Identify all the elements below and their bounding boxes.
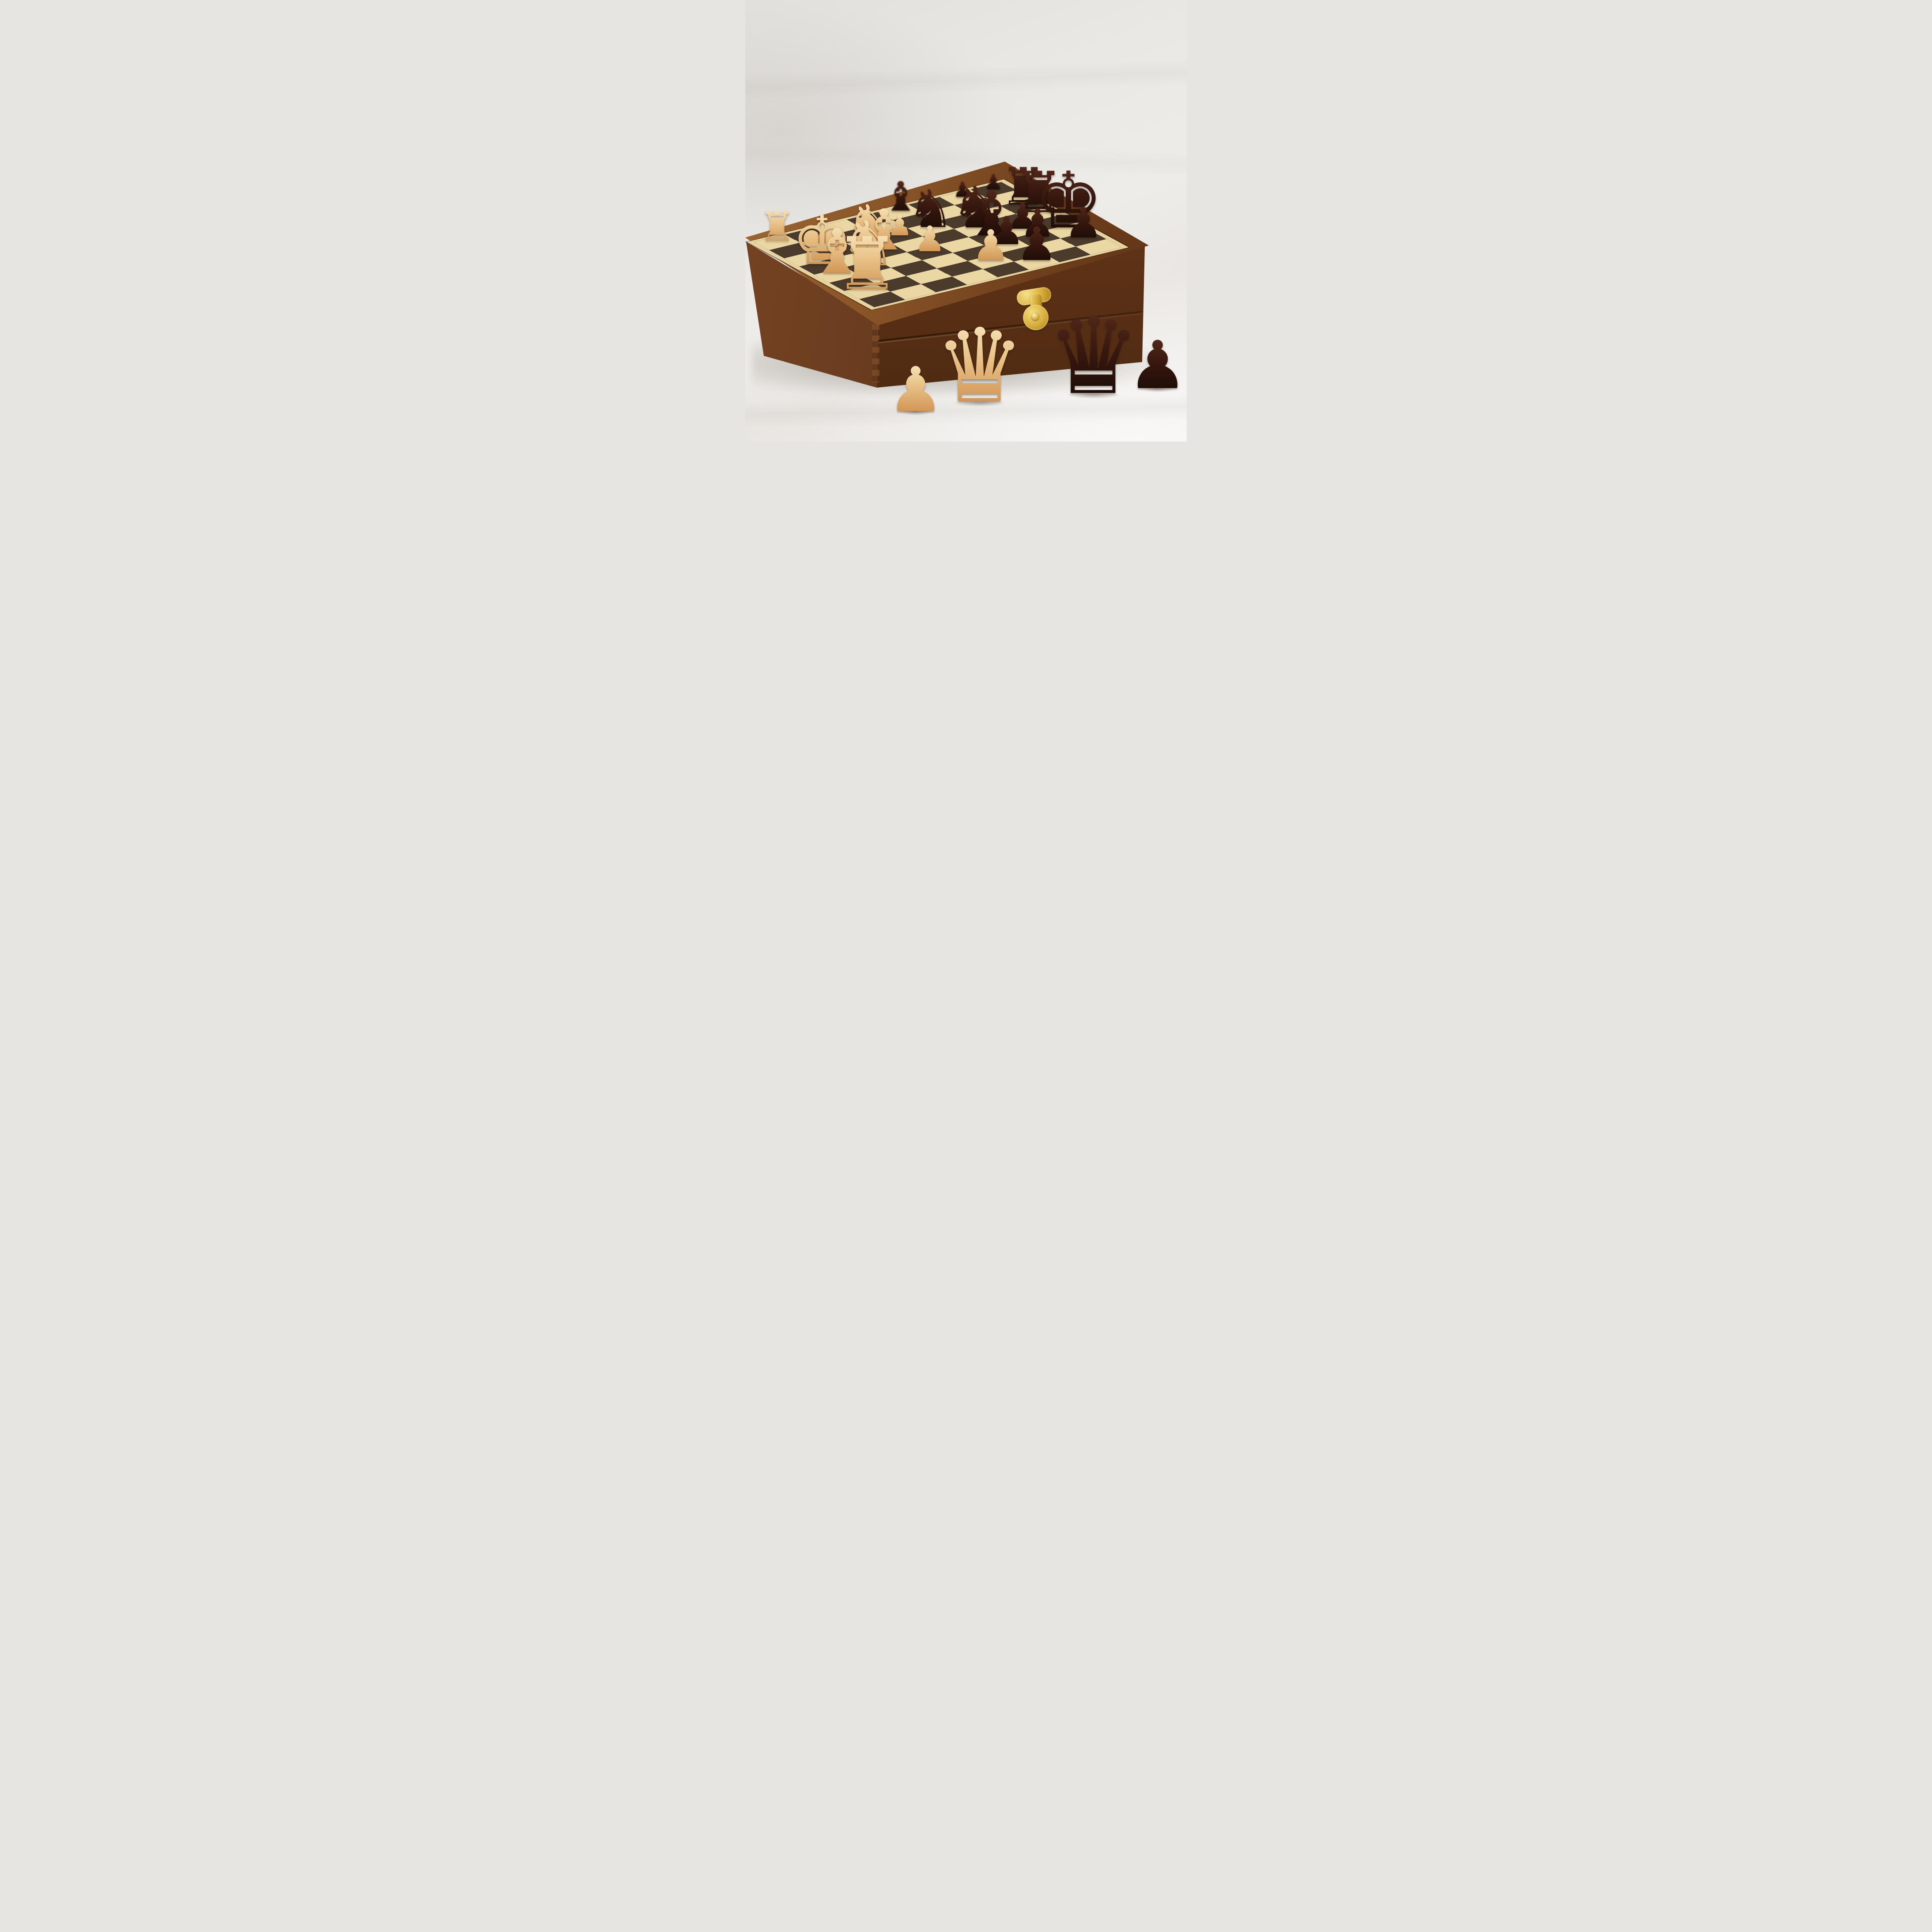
chess-piece-white-pawn[interactable]: ♟ (972, 224, 1010, 266)
chess-piece-white-rook[interactable]: ♜ (759, 207, 795, 247)
captured-piece-black-pawn[interactable]: ♟ (1128, 332, 1187, 398)
chess-piece-white-rook[interactable]: ♜ (834, 227, 899, 300)
chess-box-scene: ♜♝♟♟♟♟♞♟♞♜♚♝♞♜♝♞♟♝♟♟♟♚♜♟♟♟ ♟♛♛♟ (745, 0, 1187, 441)
chess-piece-black-pawn[interactable]: ♟ (1016, 222, 1057, 268)
chess-piece-white-pawn[interactable]: ♟ (914, 221, 946, 257)
captured-piece-white-queen[interactable]: ♛ (934, 315, 1025, 417)
chess-piece-black-pawn[interactable]: ♟ (1064, 201, 1102, 244)
captured-piece-black-queen[interactable]: ♛ (1046, 303, 1141, 409)
